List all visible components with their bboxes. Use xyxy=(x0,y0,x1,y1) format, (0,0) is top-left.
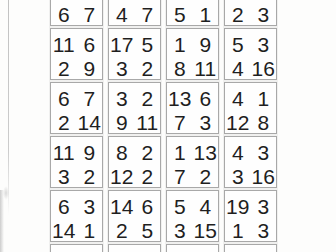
puzzle-card: 32911 xyxy=(108,82,161,134)
puzzle-card: 41128 xyxy=(224,82,277,134)
number-cell: 7 xyxy=(135,2,161,26)
number-cell: 7 xyxy=(167,110,193,134)
puzzle-card: 19313 xyxy=(224,190,277,242)
puzzle-card: 135 xyxy=(108,244,161,252)
number-cell: 16 xyxy=(251,56,277,80)
number-cell: 11 xyxy=(135,110,161,134)
number-cell: 3 xyxy=(251,32,277,56)
number-cell: 2 xyxy=(135,140,161,164)
number-cell: 13 xyxy=(193,140,219,164)
number-cell: 3 xyxy=(251,194,277,218)
number-cell: 12 xyxy=(109,164,135,188)
number-cell: 2 xyxy=(51,56,77,80)
number-cell: 4 xyxy=(109,2,135,26)
puzzle-card: 53416 xyxy=(224,28,277,80)
number-cell: 4 xyxy=(77,248,103,252)
number-cell: 8 xyxy=(167,56,193,80)
puzzle-card: 63141 xyxy=(50,190,103,242)
number-cell: 6 xyxy=(51,86,77,110)
number-cell: 4 xyxy=(225,86,251,110)
number-cell: 3 xyxy=(225,164,251,188)
number-cell: 1 xyxy=(77,218,103,242)
number-cell: 5 xyxy=(225,32,251,56)
number-cell: 7 xyxy=(77,86,103,110)
number-cell: 3 xyxy=(251,2,277,26)
number-cell: 5 xyxy=(135,218,161,242)
number-cell: 5 xyxy=(167,194,193,218)
number-cell: 19 xyxy=(225,194,251,218)
puzzle-card: 134 xyxy=(50,244,103,252)
number-cell: 2 xyxy=(225,2,251,26)
number-cell: 13 xyxy=(167,86,193,110)
number-cell: 2 xyxy=(77,164,103,188)
puzzle-card: 54315 xyxy=(166,190,219,242)
number-cell: 12 xyxy=(167,248,193,252)
number-cell: 11 xyxy=(193,56,219,80)
number-cell: 9 xyxy=(193,32,219,56)
puzzle-card: 11372 xyxy=(166,136,219,188)
number-cell: 5 xyxy=(167,2,193,26)
number-cell: 6 xyxy=(77,32,103,56)
number-cell: 14 xyxy=(77,110,103,134)
number-cell: 17 xyxy=(109,32,135,56)
number-cell: 15 xyxy=(193,218,219,242)
puzzle-card: 43316 xyxy=(224,136,277,188)
number-cell: 9 xyxy=(109,110,135,134)
number-cell: 2 xyxy=(51,110,77,134)
number-cell: 5 xyxy=(135,32,161,56)
number-cell: 9 xyxy=(77,140,103,164)
puzzle-card: 17532 xyxy=(108,28,161,80)
puzzle-card: 14625 xyxy=(108,190,161,242)
number-cell: 7 xyxy=(77,2,103,26)
puzzle-card: 67 xyxy=(50,0,103,26)
number-cell: 14 xyxy=(51,218,77,242)
worksheet-grid: 6747512311629175321981153416672143291113… xyxy=(50,0,277,252)
puzzle-card: 22 xyxy=(224,244,277,252)
page-edge-scan-line xyxy=(8,0,9,215)
number-cell: 2 xyxy=(193,248,219,252)
number-cell: 2 xyxy=(135,164,161,188)
number-cell: 3 xyxy=(77,194,103,218)
puzzle-card: 82122 xyxy=(108,136,161,188)
number-cell: 3 xyxy=(193,110,219,134)
number-cell: 3 xyxy=(109,56,135,80)
number-cell: 2 xyxy=(193,164,219,188)
number-cell: 2 xyxy=(225,248,251,252)
number-cell: 2 xyxy=(135,86,161,110)
number-cell: 7 xyxy=(167,164,193,188)
number-cell: 6 xyxy=(135,194,161,218)
puzzle-card: 13673 xyxy=(166,82,219,134)
number-cell: 12 xyxy=(225,110,251,134)
number-cell: 2 xyxy=(109,218,135,242)
number-cell: 13 xyxy=(109,248,135,252)
number-cell: 3 xyxy=(109,86,135,110)
number-cell: 4 xyxy=(193,194,219,218)
number-cell: 1 xyxy=(193,2,219,26)
scan-smudge xyxy=(3,186,9,200)
number-cell: 8 xyxy=(109,140,135,164)
puzzle-card: 11629 xyxy=(50,28,103,80)
puzzle-card: 67214 xyxy=(50,82,103,134)
number-cell: 11 xyxy=(51,140,77,164)
number-cell: 3 xyxy=(251,140,277,164)
number-cell: 8 xyxy=(251,110,277,134)
puzzle-card: 19811 xyxy=(166,28,219,80)
puzzle-card: 47 xyxy=(108,0,161,26)
number-cell: 16 xyxy=(251,164,277,188)
number-cell: 2 xyxy=(251,248,277,252)
number-cell: 9 xyxy=(77,56,103,80)
number-cell: 1 xyxy=(225,218,251,242)
number-cell: 3 xyxy=(251,218,277,242)
puzzle-card: 23 xyxy=(224,0,277,26)
number-cell: 4 xyxy=(225,140,251,164)
number-cell: 14 xyxy=(109,194,135,218)
number-cell: 2 xyxy=(135,56,161,80)
puzzle-card: 51 xyxy=(166,0,219,26)
puzzle-card: 122 xyxy=(166,244,219,252)
number-cell: 1 xyxy=(167,32,193,56)
number-cell: 1 xyxy=(251,86,277,110)
number-cell: 3 xyxy=(167,218,193,242)
number-cell: 6 xyxy=(51,194,77,218)
number-cell: 5 xyxy=(135,248,161,252)
number-cell: 4 xyxy=(225,56,251,80)
number-cell: 6 xyxy=(51,2,77,26)
number-cell: 11 xyxy=(51,32,77,56)
puzzle-card: 11932 xyxy=(50,136,103,188)
number-cell: 6 xyxy=(193,86,219,110)
number-cell: 1 xyxy=(167,140,193,164)
number-cell: 13 xyxy=(51,248,77,252)
number-cell: 3 xyxy=(51,164,77,188)
